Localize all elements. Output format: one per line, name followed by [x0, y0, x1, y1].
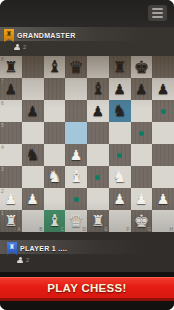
square-c1[interactable]: ♝C — [44, 210, 66, 232]
square-f5[interactable] — [109, 122, 131, 144]
opponent-rank-badge-icon: ♜ — [4, 29, 14, 42]
square-g7[interactable]: ♟ — [131, 78, 153, 100]
legal-move-dot — [74, 197, 79, 202]
file-label: F — [126, 227, 129, 232]
file-label: G — [147, 227, 151, 232]
black-rook: ♜ — [109, 56, 131, 78]
square-a8[interactable]: ♜8 — [0, 56, 22, 78]
rank-label: 2 — [1, 189, 4, 194]
white-rook: ♜ — [0, 210, 22, 232]
square-f8[interactable]: ♜ — [109, 56, 131, 78]
square-c8[interactable]: ♝ — [44, 56, 66, 78]
square-d5[interactable] — [65, 122, 87, 144]
square-a1[interactable]: ♜1A — [0, 210, 22, 232]
square-f6[interactable]: ♞ — [109, 100, 131, 122]
square-c6[interactable] — [44, 100, 66, 122]
chess-board: ♜8♝♛♜♚♟7♝♟♟♟6♟♟♞54♞♟3♞♝♞♟2♟♟♟♟♜1AB♝C♛D♜E… — [0, 56, 174, 232]
white-bishop: ♝ — [44, 210, 66, 232]
square-h8[interactable] — [152, 56, 174, 78]
square-h7[interactable]: ♟ — [152, 78, 174, 100]
square-a4[interactable]: 4 — [0, 144, 22, 166]
square-a5[interactable]: 5 — [0, 122, 22, 144]
player-name: PLAYER 1 .... — [20, 245, 67, 252]
hamburger-icon — [152, 8, 163, 10]
square-g5[interactable] — [131, 122, 153, 144]
black-bishop: ♝ — [87, 78, 109, 100]
player-rank-badge-icon: ♜ — [7, 242, 17, 255]
square-g2[interactable]: ♟ — [131, 188, 153, 210]
rank-label: 3 — [1, 167, 4, 172]
white-pawn: ♟ — [65, 144, 87, 166]
file-label: B — [39, 227, 42, 232]
black-rook: ♜ — [0, 56, 22, 78]
square-b3[interactable] — [22, 166, 44, 188]
chess-app-screen: ♜ GRANDMASTER 2 ♜8♝♛♜♚♟7♝♟♟♟6♟♟♞54♞♟3♞♝♞… — [0, 0, 174, 310]
square-d1[interactable]: ♛D — [65, 210, 87, 232]
square-b2[interactable]: ♟ — [22, 188, 44, 210]
square-b1[interactable]: B — [22, 210, 44, 232]
square-e8[interactable] — [87, 56, 109, 78]
square-e3[interactable] — [87, 166, 109, 188]
square-c5[interactable] — [44, 122, 66, 144]
square-c4[interactable] — [44, 144, 66, 166]
rank-label: 5 — [1, 123, 4, 128]
file-label: A — [17, 227, 20, 232]
legal-move-dot — [117, 153, 122, 158]
white-rook: ♜ — [87, 210, 109, 232]
square-g3[interactable] — [131, 166, 153, 188]
square-e6[interactable]: ♟ — [87, 100, 109, 122]
play-chess-label: PLAY CHESS! — [47, 282, 126, 294]
play-chess-button[interactable]: PLAY CHESS! — [0, 277, 174, 301]
black-pawn: ♟ — [0, 78, 22, 100]
square-g4[interactable] — [131, 144, 153, 166]
hamburger-menu-button[interactable] — [148, 5, 167, 21]
square-f1[interactable]: F — [109, 210, 131, 232]
square-f7[interactable]: ♟ — [109, 78, 131, 100]
white-bishop: ♝ — [65, 166, 87, 188]
players-icon — [14, 44, 20, 50]
square-h3[interactable] — [152, 166, 174, 188]
white-knight: ♞ — [109, 166, 131, 188]
file-label: H — [169, 227, 173, 232]
square-e4[interactable] — [87, 144, 109, 166]
square-a6[interactable]: 6 — [0, 100, 22, 122]
rank-label: 7 — [1, 79, 4, 84]
square-d6[interactable] — [65, 100, 87, 122]
white-pawn: ♟ — [152, 188, 174, 210]
black-king: ♚ — [131, 56, 153, 78]
square-d3[interactable]: ♝ — [65, 166, 87, 188]
top-bar — [0, 0, 174, 27]
square-g1[interactable]: ♚G — [131, 210, 153, 232]
square-d4[interactable]: ♟ — [65, 144, 87, 166]
square-d7[interactable] — [65, 78, 87, 100]
black-knight: ♞ — [109, 100, 131, 122]
white-pawn: ♟ — [0, 188, 22, 210]
square-f4[interactable] — [109, 144, 131, 166]
square-b8[interactable] — [22, 56, 44, 78]
square-b4[interactable]: ♞ — [22, 144, 44, 166]
square-g6[interactable] — [131, 100, 153, 122]
square-h4[interactable] — [152, 144, 174, 166]
rank-label: 1 — [1, 211, 4, 216]
square-h6[interactable] — [152, 100, 174, 122]
square-h1[interactable]: H — [152, 210, 174, 232]
opponent-bar: ♜ GRANDMASTER 2 — [0, 27, 174, 56]
white-pawn: ♟ — [109, 188, 131, 210]
square-c3[interactable]: ♞ — [44, 166, 66, 188]
white-pawn: ♟ — [22, 188, 44, 210]
square-g8[interactable]: ♚ — [131, 56, 153, 78]
black-queen: ♛ — [65, 56, 87, 78]
white-king: ♚ — [131, 210, 153, 232]
legal-move-dot — [161, 109, 166, 114]
white-knight: ♞ — [44, 166, 66, 188]
black-pawn: ♟ — [109, 78, 131, 100]
square-a7[interactable]: ♟7 — [0, 78, 22, 100]
square-b6[interactable]: ♟ — [22, 100, 44, 122]
white-pawn: ♟ — [131, 188, 153, 210]
black-pawn: ♟ — [152, 78, 174, 100]
square-d2[interactable] — [65, 188, 87, 210]
square-b7[interactable] — [22, 78, 44, 100]
square-e2[interactable] — [87, 188, 109, 210]
black-pawn: ♟ — [131, 78, 153, 100]
legal-move-dot — [139, 131, 144, 136]
rank-label: 8 — [1, 57, 4, 62]
black-bishop: ♝ — [44, 56, 66, 78]
black-pawn: ♟ — [87, 100, 109, 122]
opponent-players-count: 2 — [23, 44, 26, 50]
square-e7[interactable]: ♝ — [87, 78, 109, 100]
square-c2[interactable] — [44, 188, 66, 210]
square-h5[interactable] — [152, 122, 174, 144]
square-f3[interactable]: ♞ — [109, 166, 131, 188]
file-label: C — [61, 227, 65, 232]
square-b5[interactable] — [22, 122, 44, 144]
square-e5[interactable] — [87, 122, 109, 144]
rank-label: 6 — [1, 101, 4, 106]
square-a3[interactable]: 3 — [0, 166, 22, 188]
black-knight: ♞ — [22, 144, 44, 166]
file-label: D — [82, 227, 86, 232]
bottom-banner-area: PLAY CHESS! — [0, 272, 174, 310]
square-h2[interactable]: ♟ — [152, 188, 174, 210]
square-e1[interactable]: ♜E — [87, 210, 109, 232]
square-d8[interactable]: ♛ — [65, 56, 87, 78]
square-c7[interactable] — [44, 78, 66, 100]
rank-label: 4 — [1, 145, 4, 150]
players-icon — [17, 257, 23, 263]
white-queen: ♛ — [65, 210, 87, 232]
black-pawn: ♟ — [22, 100, 44, 122]
legal-move-dot — [95, 175, 100, 180]
player-bar: ♜ PLAYER 1 .... 2 — [0, 232, 174, 272]
file-label: E — [104, 227, 107, 232]
opponent-name: GRANDMASTER — [17, 32, 76, 39]
square-f2[interactable]: ♟ — [109, 188, 131, 210]
player-players-count: 2 — [26, 257, 29, 263]
square-a2[interactable]: ♟2 — [0, 188, 22, 210]
